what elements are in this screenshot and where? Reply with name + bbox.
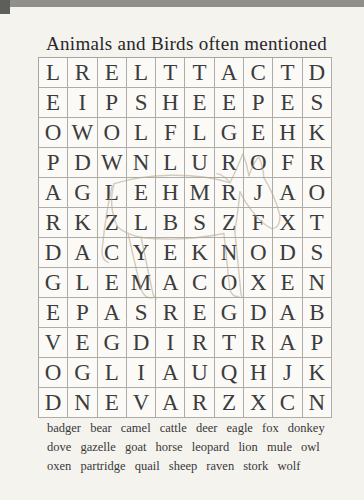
grid-cell[interactable]: F: [156, 118, 185, 148]
grid-cell[interactable]: X: [244, 388, 273, 418]
grid-cell[interactable]: E: [68, 328, 97, 358]
grid-cell[interactable]: W: [98, 148, 127, 178]
grid-cell[interactable]: R: [244, 328, 273, 358]
grid-cell[interactable]: A: [98, 298, 127, 328]
grid-cell[interactable]: P: [39, 148, 68, 178]
grid-cell[interactable]: A: [156, 388, 185, 418]
grid-cell[interactable]: X: [273, 208, 302, 238]
grid-cell[interactable]: R: [39, 208, 68, 238]
grid-cell[interactable]: P: [68, 298, 97, 328]
grid-cell[interactable]: D: [244, 298, 273, 328]
grid-cell[interactable]: G: [215, 118, 244, 148]
grid-cell[interactable]: O: [244, 148, 273, 178]
grid-cell[interactable]: A: [156, 268, 185, 298]
grid-cell[interactable]: F: [244, 208, 273, 238]
grid-cell[interactable]: N: [303, 388, 332, 418]
grid-cell[interactable]: C: [244, 58, 273, 88]
grid-cell[interactable]: U: [185, 148, 214, 178]
grid-cell[interactable]: E: [98, 388, 127, 418]
grid-cell[interactable]: L: [185, 118, 214, 148]
grid-cell[interactable]: G: [215, 298, 244, 328]
grid-cell[interactable]: K: [303, 358, 332, 388]
grid-cell[interactable]: S: [127, 88, 156, 118]
grid-cell[interactable]: G: [68, 358, 97, 388]
grid-cell[interactable]: A: [273, 298, 302, 328]
grid-cell[interactable]: I: [68, 88, 97, 118]
grid-cell[interactable]: S: [127, 298, 156, 328]
scan-edge-corner: [0, 0, 10, 14]
grid-cell[interactable]: L: [98, 178, 127, 208]
grid-area: LRELTTACTDEIPSHEEPESOWOLFLGEHKPDWNLUROFR…: [38, 57, 332, 418]
grid-cell[interactable]: P: [303, 328, 332, 358]
grid-cell[interactable]: C: [98, 238, 127, 268]
grid-cell[interactable]: M: [185, 178, 214, 208]
word-grid: LRELTTACTDEIPSHEEPESOWOLFLGEHKPDWNLUROFR…: [38, 57, 332, 418]
grid-cell[interactable]: E: [127, 178, 156, 208]
grid-cell[interactable]: P: [98, 88, 127, 118]
grid-cell[interactable]: R: [185, 328, 214, 358]
grid-cell[interactable]: J: [273, 358, 302, 388]
grid-cell[interactable]: J: [244, 178, 273, 208]
grid-cell[interactable]: K: [68, 208, 97, 238]
scan-edge-strip: [0, 0, 364, 7]
grid-cell[interactable]: N: [215, 238, 244, 268]
grid-cell[interactable]: R: [215, 178, 244, 208]
grid-cell[interactable]: C: [185, 268, 214, 298]
grid-cell[interactable]: L: [68, 268, 97, 298]
grid-cell[interactable]: D: [273, 238, 302, 268]
grid-cell[interactable]: E: [98, 58, 127, 88]
grid-cell[interactable]: E: [244, 118, 273, 148]
grid-cell[interactable]: L: [127, 118, 156, 148]
grid-cell[interactable]: Y: [127, 238, 156, 268]
word-list-line-3: oxen partridge quail sheep raven stork w…: [47, 457, 337, 476]
grid-cell[interactable]: T: [273, 58, 302, 88]
grid-cell[interactable]: E: [185, 88, 214, 118]
grid-cell[interactable]: T: [215, 328, 244, 358]
grid-cell[interactable]: E: [98, 268, 127, 298]
grid-cell[interactable]: E: [156, 238, 185, 268]
word-list-line-2: dove gazelle goat horse leopard lion mul…: [47, 438, 337, 457]
grid-cell[interactable]: Q: [215, 358, 244, 388]
grid-cell[interactable]: E: [185, 298, 214, 328]
grid-cell[interactable]: L: [156, 148, 185, 178]
grid-cell[interactable]: E: [39, 88, 68, 118]
grid-cell[interactable]: S: [303, 88, 332, 118]
grid-cell[interactable]: B: [303, 298, 332, 328]
grid-cell[interactable]: H: [244, 358, 273, 388]
grid-cell[interactable]: G: [68, 178, 97, 208]
grid-cell[interactable]: A: [215, 58, 244, 88]
grid-cell[interactable]: R: [215, 148, 244, 178]
grid-cell[interactable]: R: [156, 298, 185, 328]
grid-cell[interactable]: E: [273, 268, 302, 298]
grid-cell[interactable]: L: [127, 58, 156, 88]
grid-cell[interactable]: R: [185, 388, 214, 418]
grid-cell[interactable]: S: [185, 208, 214, 238]
grid-cell[interactable]: O: [39, 358, 68, 388]
grid-cell[interactable]: M: [127, 268, 156, 298]
grid-cell[interactable]: I: [156, 328, 185, 358]
grid-cell[interactable]: D: [68, 148, 97, 178]
grid-cell[interactable]: A: [39, 178, 68, 208]
grid-cell[interactable]: O: [39, 118, 68, 148]
grid-cell[interactable]: I: [127, 358, 156, 388]
grid-cell[interactable]: R: [303, 148, 332, 178]
grid-cell[interactable]: O: [244, 238, 273, 268]
grid-cell[interactable]: T: [156, 58, 185, 88]
grid-cell[interactable]: E: [215, 88, 244, 118]
grid-cell[interactable]: E: [39, 298, 68, 328]
grid-cell[interactable]: Z: [215, 208, 244, 238]
grid-cell[interactable]: O: [98, 118, 127, 148]
grid-cell[interactable]: H: [156, 178, 185, 208]
grid-cell[interactable]: C: [273, 388, 302, 418]
grid-cell[interactable]: D: [39, 238, 68, 268]
grid-cell[interactable]: N: [303, 268, 332, 298]
grid-cell[interactable]: B: [156, 208, 185, 238]
grid-cell[interactable]: D: [39, 388, 68, 418]
grid-cell[interactable]: L: [98, 358, 127, 388]
grid-cell[interactable]: A: [273, 328, 302, 358]
grid-cell[interactable]: U: [185, 358, 214, 388]
grid-cell[interactable]: Z: [215, 388, 244, 418]
grid-cell[interactable]: P: [244, 88, 273, 118]
grid-cell[interactable]: D: [303, 58, 332, 88]
grid-cell[interactable]: N: [127, 148, 156, 178]
grid-cell[interactable]: K: [185, 238, 214, 268]
grid-cell[interactable]: V: [39, 328, 68, 358]
grid-cell[interactable]: F: [273, 148, 302, 178]
grid-cell[interactable]: A: [156, 358, 185, 388]
grid-cell[interactable]: E: [273, 88, 302, 118]
grid-cell[interactable]: T: [303, 208, 332, 238]
grid-cell[interactable]: L: [39, 58, 68, 88]
grid-cell[interactable]: A: [273, 178, 302, 208]
grid-cell[interactable]: G: [39, 268, 68, 298]
grid-cell[interactable]: V: [127, 388, 156, 418]
grid-cell[interactable]: T: [185, 58, 214, 88]
grid-cell[interactable]: A: [68, 238, 97, 268]
grid-cell[interactable]: G: [98, 328, 127, 358]
grid-cell[interactable]: O: [215, 268, 244, 298]
grid-cell[interactable]: N: [68, 388, 97, 418]
word-list-line-1: badger bear camel cattle deer eagle fox …: [47, 419, 337, 438]
scanned-puzzle-page: Animals and Birds often mentioned LRELTT…: [0, 0, 364, 500]
grid-cell[interactable]: W: [68, 118, 97, 148]
grid-cell[interactable]: R: [68, 58, 97, 88]
grid-cell[interactable]: Z: [98, 208, 127, 238]
grid-cell[interactable]: X: [244, 268, 273, 298]
grid-cell[interactable]: D: [127, 328, 156, 358]
word-list: badger bear camel cattle deer eagle fox …: [47, 419, 337, 475]
grid-cell[interactable]: O: [303, 178, 332, 208]
puzzle-title: Animals and Birds often mentioned: [46, 33, 327, 55]
grid-cell[interactable]: H: [156, 88, 185, 118]
grid-cell[interactable]: S: [303, 238, 332, 268]
grid-cell[interactable]: K: [303, 118, 332, 148]
grid-cell[interactable]: L: [127, 208, 156, 238]
grid-cell[interactable]: H: [273, 118, 302, 148]
